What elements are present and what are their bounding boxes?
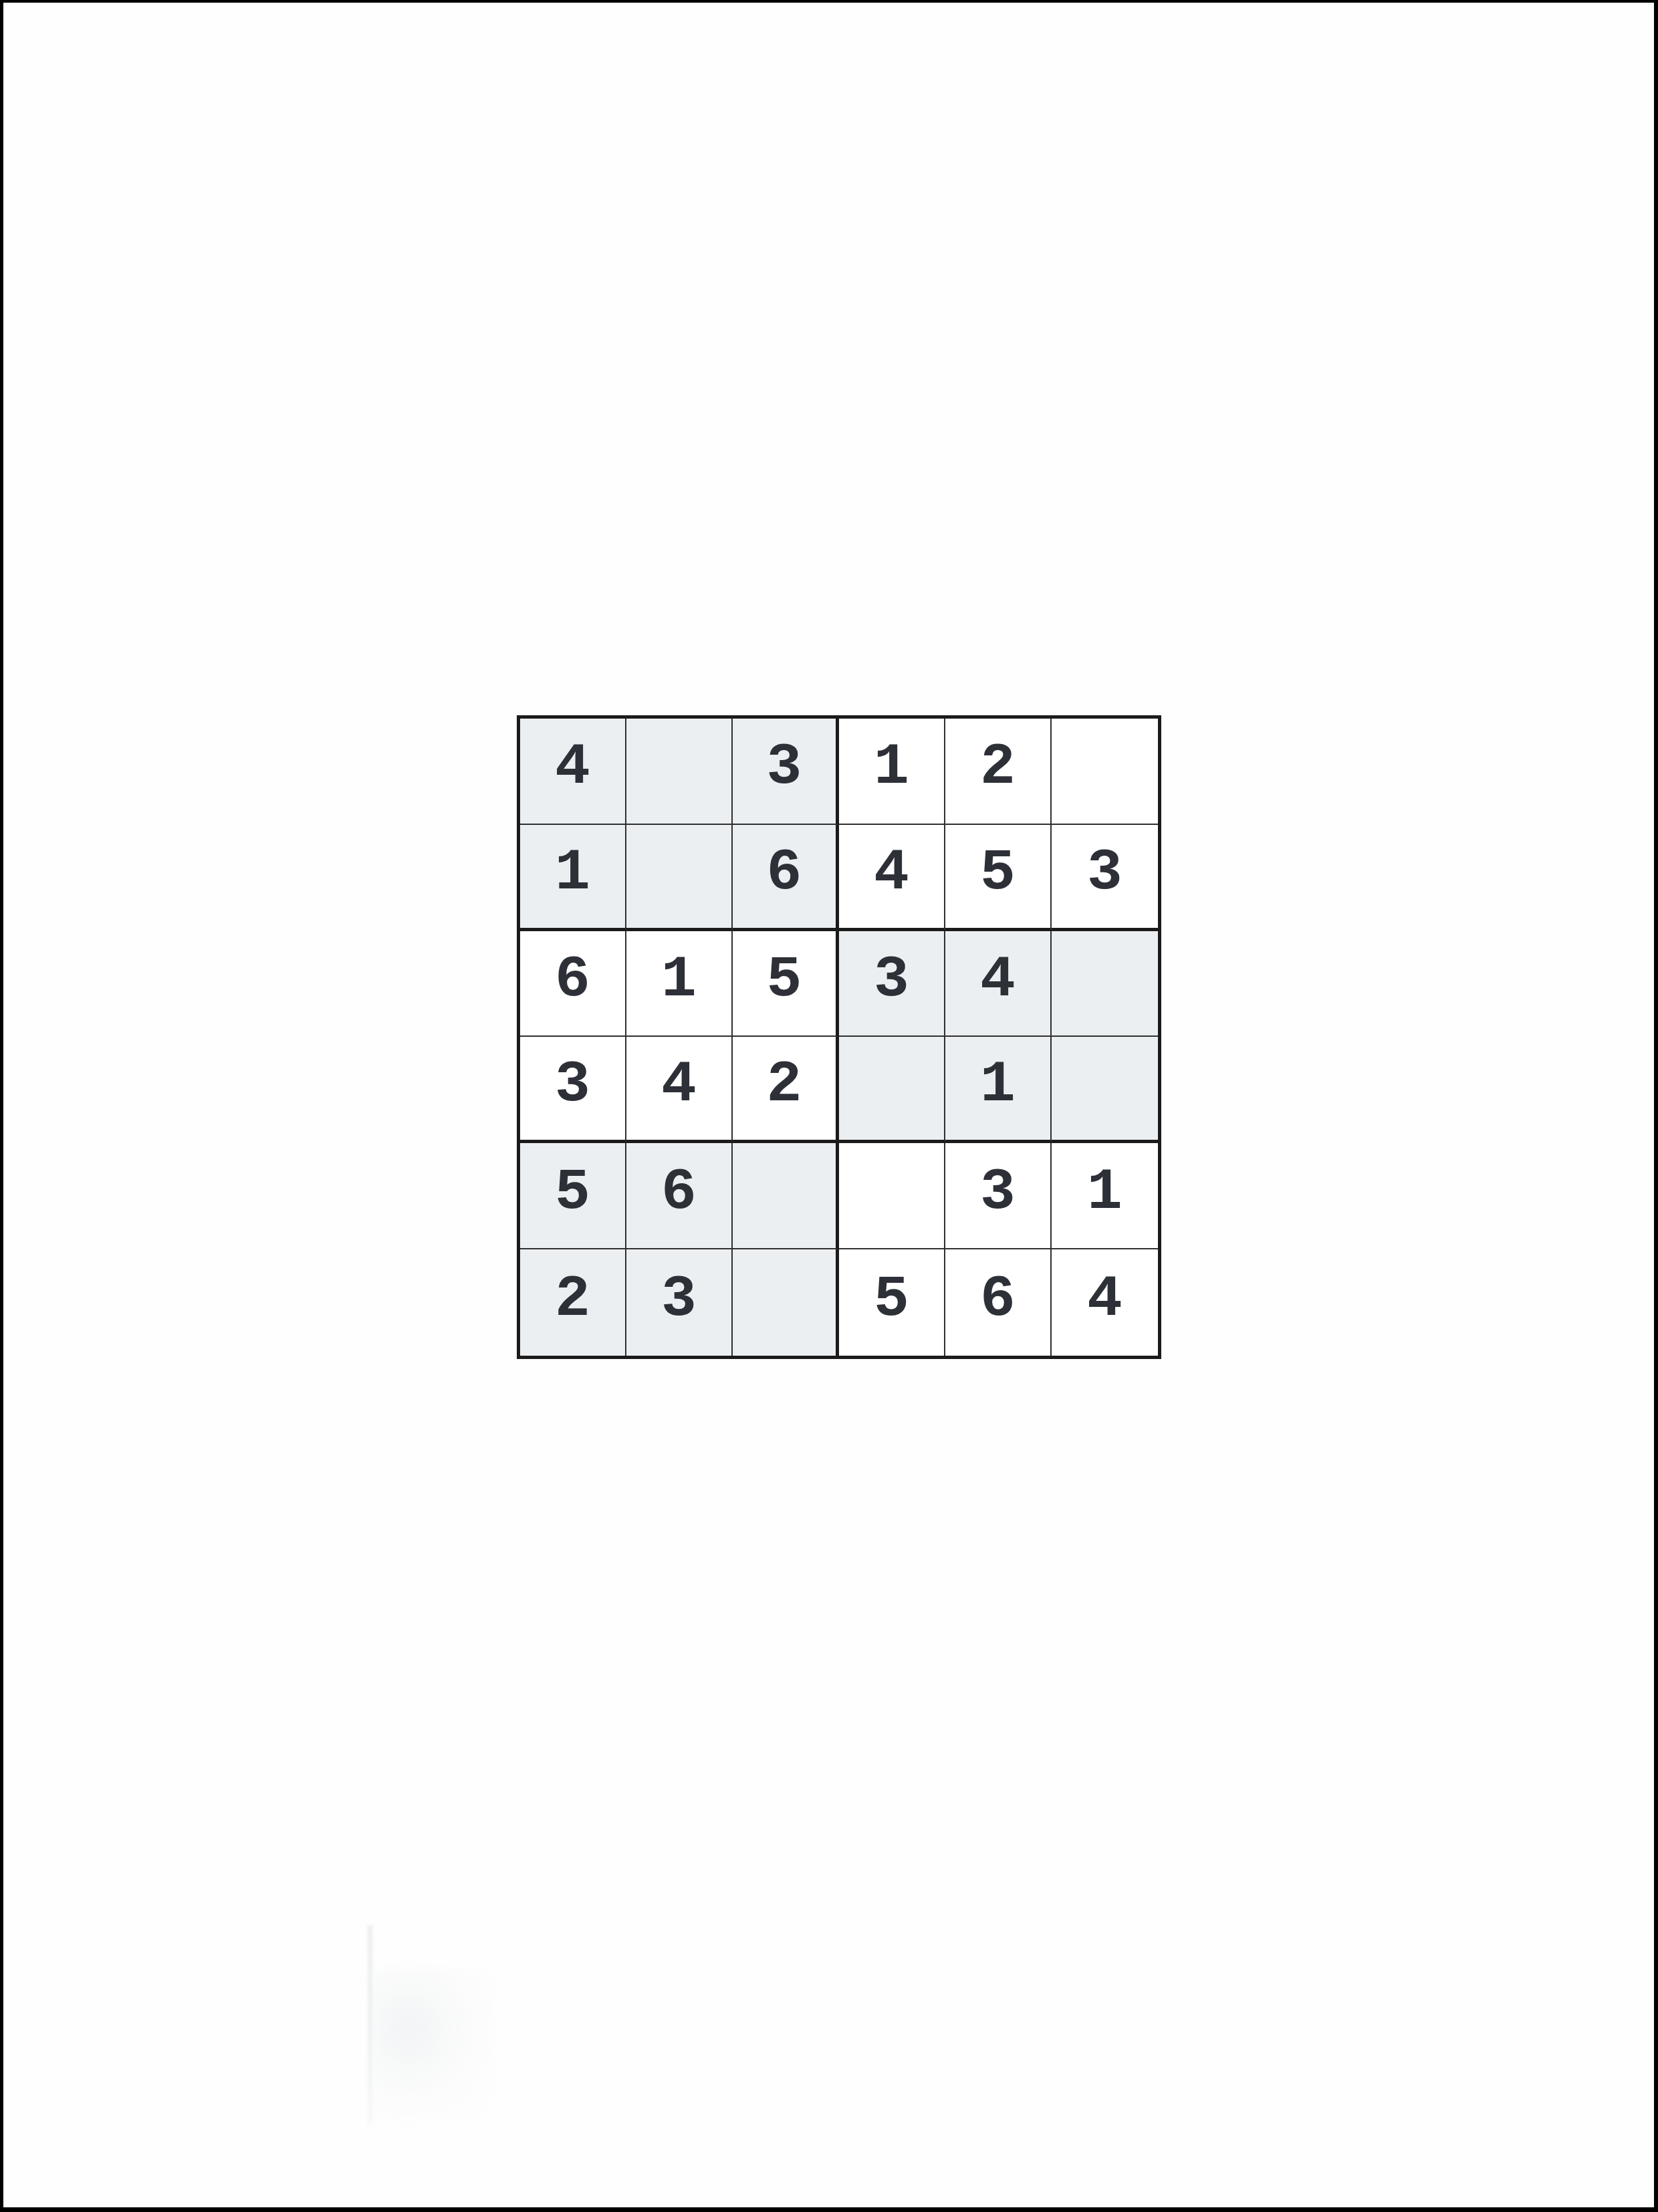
sudoku-cell-r5c1[interactable]: 5 [520,1143,626,1249]
sudoku-cell-r2c3[interactable]: 6 [733,825,839,931]
sudoku-cell-r2c1[interactable]: 1 [520,825,626,931]
paper-sheet: 431216453615343421563123564 [3,3,1654,2207]
sudoku-cell-r4c5[interactable]: 1 [945,1037,1052,1143]
sudoku-cell-r3c2[interactable]: 1 [626,931,733,1037]
sudoku-cell-r6c5[interactable]: 6 [945,1249,1052,1356]
sudoku-cell-r6c1[interactable]: 2 [520,1249,626,1356]
scan-artifact-haze [372,1968,493,2122]
sudoku-cell-r3c3[interactable]: 5 [733,931,839,1037]
sudoku-cell-r2c6[interactable]: 3 [1052,825,1158,931]
sudoku-cell-r4c1[interactable]: 3 [520,1037,626,1143]
sudoku-cell-r5c6[interactable]: 1 [1052,1143,1158,1249]
sudoku-cell-r3c6[interactable] [1052,931,1158,1037]
sudoku-cell-r1c1[interactable]: 4 [520,719,626,825]
sudoku-cell-r2c2[interactable] [626,825,733,931]
sudoku-cell-r3c1[interactable]: 6 [520,931,626,1037]
sudoku-cell-r2c4[interactable]: 4 [839,825,945,931]
sudoku-cell-r6c2[interactable]: 3 [626,1249,733,1356]
sudoku-cell-r5c5[interactable]: 3 [945,1143,1052,1249]
sudoku-cell-r3c5[interactable]: 4 [945,931,1052,1037]
sudoku-cell-r1c2[interactable] [626,719,733,825]
sudoku-cell-r4c4[interactable] [839,1037,945,1143]
sudoku-cell-r6c6[interactable]: 4 [1052,1249,1158,1356]
sudoku-cell-r6c4[interactable]: 5 [839,1249,945,1356]
sudoku-cell-r1c5[interactable]: 2 [945,719,1052,825]
sudoku-cell-r4c3[interactable]: 2 [733,1037,839,1143]
sudoku-cell-r4c6[interactable] [1052,1037,1158,1143]
sudoku-cell-r1c6[interactable] [1052,719,1158,825]
sudoku-cell-r3c4[interactable]: 3 [839,931,945,1037]
scanned-page-frame: 431216453615343421563123564 [0,0,1658,2212]
sudoku-cell-r5c4[interactable] [839,1143,945,1249]
sudoku-cell-r5c2[interactable]: 6 [626,1143,733,1249]
sudoku-cell-r5c3[interactable] [733,1143,839,1249]
sudoku-board: 431216453615343421563123564 [517,715,1161,1359]
sudoku-cell-r6c3[interactable] [733,1249,839,1356]
sudoku-cell-r4c2[interactable]: 4 [626,1037,733,1143]
sudoku-cell-r1c3[interactable]: 3 [733,719,839,825]
sudoku-cell-r1c4[interactable]: 1 [839,719,945,825]
scan-artifact-streak [368,1925,372,2126]
sudoku-cell-r2c5[interactable]: 5 [945,825,1052,931]
